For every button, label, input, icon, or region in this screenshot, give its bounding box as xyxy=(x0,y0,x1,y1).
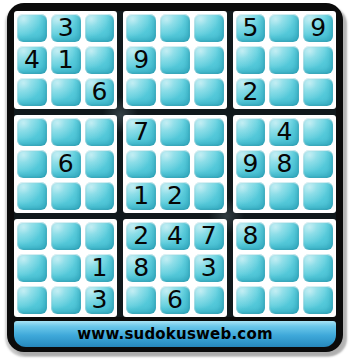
cell-r5c8: 8 xyxy=(269,150,299,178)
given-digit: 9 xyxy=(243,151,259,176)
footer-bar: www.sudokusweb.com xyxy=(14,321,336,347)
given-digit: 9 xyxy=(133,47,149,72)
given-digit: 6 xyxy=(58,151,74,176)
cell-r6c4: 1 xyxy=(126,182,156,210)
sudoku-board: 341695926712498132478368 xyxy=(14,11,336,317)
cell-r3c9[interactable] xyxy=(303,78,333,106)
cell-r1c3[interactable] xyxy=(85,14,115,42)
cell-r2c1: 4 xyxy=(17,46,47,74)
cell-r3c2[interactable] xyxy=(51,78,81,106)
cell-r8c1[interactable] xyxy=(17,254,47,282)
cell-r2c2: 1 xyxy=(51,46,81,74)
cell-r5c5[interactable] xyxy=(160,150,190,178)
cell-r7c4: 2 xyxy=(126,222,156,250)
footer-url[interactable]: www.sudokusweb.com xyxy=(77,325,272,343)
given-digit: 2 xyxy=(167,183,183,208)
cell-r6c8[interactable] xyxy=(269,182,299,210)
cell-r2c5[interactable] xyxy=(160,46,190,74)
given-digit: 8 xyxy=(133,255,149,280)
box-2-3: 498 xyxy=(233,115,336,213)
cell-r4c6[interactable] xyxy=(194,118,224,146)
cell-r1c2: 3 xyxy=(51,14,81,42)
cell-r1c8[interactable] xyxy=(269,14,299,42)
cell-r7c5: 4 xyxy=(160,222,190,250)
cell-r7c8[interactable] xyxy=(269,222,299,250)
given-digit: 5 xyxy=(243,15,259,40)
cell-r5c6[interactable] xyxy=(194,150,224,178)
cell-r9c1[interactable] xyxy=(17,286,47,314)
given-digit: 3 xyxy=(201,255,217,280)
cell-r8c5[interactable] xyxy=(160,254,190,282)
cell-r9c6[interactable] xyxy=(194,286,224,314)
cell-r4c5[interactable] xyxy=(160,118,190,146)
cell-r4c4: 7 xyxy=(126,118,156,146)
given-digit: 7 xyxy=(201,223,217,248)
given-digit: 3 xyxy=(91,287,107,312)
cell-r8c8[interactable] xyxy=(269,254,299,282)
cell-r4c2[interactable] xyxy=(51,118,81,146)
cell-r3c4[interactable] xyxy=(126,78,156,106)
cell-r2c4: 9 xyxy=(126,46,156,74)
cell-r9c2[interactable] xyxy=(51,286,81,314)
box-3-2: 247836 xyxy=(123,219,226,317)
given-digit: 4 xyxy=(276,119,292,144)
cell-r1c9: 9 xyxy=(303,14,333,42)
cell-r8c6: 3 xyxy=(194,254,224,282)
given-digit: 4 xyxy=(167,223,183,248)
cell-r6c5: 2 xyxy=(160,182,190,210)
box-2-1: 6 xyxy=(14,115,117,213)
cell-r4c9[interactable] xyxy=(303,118,333,146)
cell-r2c3[interactable] xyxy=(85,46,115,74)
given-digit: 9 xyxy=(310,15,326,40)
cell-r3c3: 6 xyxy=(85,78,115,106)
cell-r1c1[interactable] xyxy=(17,14,47,42)
cell-r7c6: 7 xyxy=(194,222,224,250)
cell-r9c5: 6 xyxy=(160,286,190,314)
cell-r1c6[interactable] xyxy=(194,14,224,42)
given-digit: 8 xyxy=(276,151,292,176)
cell-r3c7: 2 xyxy=(236,78,266,106)
cell-r5c2: 6 xyxy=(51,150,81,178)
cell-r3c5[interactable] xyxy=(160,78,190,106)
box-1-3: 592 xyxy=(233,11,336,109)
box-3-1: 13 xyxy=(14,219,117,317)
cell-r1c5[interactable] xyxy=(160,14,190,42)
cell-r6c2[interactable] xyxy=(51,182,81,210)
cell-r1c7: 5 xyxy=(236,14,266,42)
cell-r7c1[interactable] xyxy=(17,222,47,250)
given-digit: 2 xyxy=(243,79,259,104)
cell-r9c7[interactable] xyxy=(236,286,266,314)
cell-r9c3: 3 xyxy=(85,286,115,314)
cell-r6c7[interactable] xyxy=(236,182,266,210)
cell-r2c7[interactable] xyxy=(236,46,266,74)
cell-r2c9[interactable] xyxy=(303,46,333,74)
given-digit: 1 xyxy=(91,255,107,280)
given-digit: 6 xyxy=(167,287,183,312)
given-digit: 1 xyxy=(133,183,149,208)
sudoku-card: 341695926712498132478368 www.sudokusweb.… xyxy=(7,3,343,352)
given-digit: 4 xyxy=(24,47,40,72)
given-digit: 2 xyxy=(133,223,149,248)
box-3-3: 8 xyxy=(233,219,336,317)
cell-r3c1[interactable] xyxy=(17,78,47,106)
cell-r4c3[interactable] xyxy=(85,118,115,146)
cell-r5c4[interactable] xyxy=(126,150,156,178)
cell-r8c9[interactable] xyxy=(303,254,333,282)
cell-r5c9[interactable] xyxy=(303,150,333,178)
cell-r4c7[interactable] xyxy=(236,118,266,146)
cell-r1c4[interactable] xyxy=(126,14,156,42)
given-digit: 8 xyxy=(243,223,259,248)
cell-r2c8[interactable] xyxy=(269,46,299,74)
cell-r8c7[interactable] xyxy=(236,254,266,282)
box-1-1: 3416 xyxy=(14,11,117,109)
cell-r6c6[interactable] xyxy=(194,182,224,210)
cell-r2c6[interactable] xyxy=(194,46,224,74)
given-digit: 7 xyxy=(133,119,149,144)
given-digit: 1 xyxy=(58,47,74,72)
box-2-2: 712 xyxy=(123,115,226,213)
given-digit: 6 xyxy=(91,79,107,104)
cell-r8c2[interactable] xyxy=(51,254,81,282)
cell-r7c9[interactable] xyxy=(303,222,333,250)
cell-r4c8: 4 xyxy=(269,118,299,146)
cell-r7c3[interactable] xyxy=(85,222,115,250)
cell-r8c4: 8 xyxy=(126,254,156,282)
cell-r6c1[interactable] xyxy=(17,182,47,210)
cell-r9c4[interactable] xyxy=(126,286,156,314)
cell-r4c1[interactable] xyxy=(17,118,47,146)
box-1-2: 9 xyxy=(123,11,226,109)
cell-r6c9[interactable] xyxy=(303,182,333,210)
cell-r9c8[interactable] xyxy=(269,286,299,314)
cell-r3c6[interactable] xyxy=(194,78,224,106)
cell-r5c3[interactable] xyxy=(85,150,115,178)
cell-r7c7: 8 xyxy=(236,222,266,250)
cell-r6c3[interactable] xyxy=(85,182,115,210)
cell-r9c9[interactable] xyxy=(303,286,333,314)
cell-r8c3: 1 xyxy=(85,254,115,282)
given-digit: 3 xyxy=(58,15,74,40)
cell-r7c2[interactable] xyxy=(51,222,81,250)
cell-r5c1[interactable] xyxy=(17,150,47,178)
cell-r3c8[interactable] xyxy=(269,78,299,106)
cell-r5c7: 9 xyxy=(236,150,266,178)
